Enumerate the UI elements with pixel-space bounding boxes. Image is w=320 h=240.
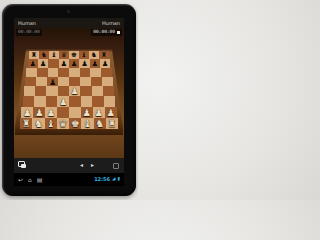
square-b2[interactable]: ♟ bbox=[33, 107, 45, 118]
black-rook[interactable]: ♜ bbox=[31, 52, 37, 59]
black-bishop[interactable]: ♝ bbox=[81, 52, 87, 59]
square-c4[interactable] bbox=[46, 86, 57, 96]
wifi-icon: ◢ bbox=[112, 177, 115, 182]
front-camera-dot bbox=[67, 10, 70, 13]
square-a3[interactable] bbox=[23, 96, 35, 107]
square-e2[interactable] bbox=[69, 107, 81, 118]
square-d6[interactable] bbox=[58, 68, 69, 77]
white-pawn[interactable]: ♟ bbox=[35, 108, 44, 118]
android-system-bar: ↩ ⌂ ▤ 12:56 ◢ ▮ bbox=[14, 173, 124, 186]
black-pawn[interactable]: ♟ bbox=[61, 60, 68, 67]
square-g4[interactable] bbox=[92, 86, 103, 96]
square-b6[interactable] bbox=[37, 68, 48, 77]
right-player-clock: 00:00:00 bbox=[91, 29, 122, 36]
square-e3[interactable] bbox=[69, 96, 81, 107]
active-turn-indicator bbox=[117, 31, 120, 34]
square-b8[interactable]: ♞ bbox=[39, 51, 49, 59]
left-player-name: Human bbox=[18, 21, 36, 26]
screen: Human Human 00:00:00 00:00:00 ♜♞♝♛♚♝♞♜♟♟… bbox=[14, 18, 124, 186]
white-pawn[interactable]: ♟ bbox=[47, 108, 56, 118]
square-h5[interactable] bbox=[102, 77, 113, 87]
white-queen[interactable]: ♛ bbox=[58, 119, 67, 129]
square-a5[interactable] bbox=[25, 77, 36, 87]
square-h4[interactable] bbox=[103, 86, 114, 96]
moves-list-icon-front bbox=[21, 164, 26, 168]
clock-time: 12:56 bbox=[94, 177, 110, 182]
square-f5[interactable] bbox=[80, 77, 91, 87]
white-knight[interactable]: ♞ bbox=[95, 119, 104, 129]
redo-move-icon[interactable]: ▸ bbox=[91, 162, 94, 168]
square-f6[interactable] bbox=[80, 68, 91, 77]
left-clock-value: 00:00:00 bbox=[18, 30, 40, 35]
square-b3[interactable] bbox=[34, 96, 46, 107]
board-rank-1: ♜♞♝♛♚♝♞♜ bbox=[20, 118, 118, 130]
chess-scene: 00:00:00 00:00:00 ♜♞♝♛♚♝♞♜♟♟♟♟♟♟♟♟♟♟♟♟♟♟… bbox=[14, 28, 124, 158]
black-pawn[interactable]: ♟ bbox=[30, 60, 37, 67]
square-g5[interactable] bbox=[91, 77, 102, 87]
square-e7[interactable]: ♟ bbox=[69, 59, 79, 68]
square-f3[interactable] bbox=[81, 96, 93, 107]
square-c8[interactable]: ♝ bbox=[49, 51, 59, 59]
recents-icon[interactable]: ▤ bbox=[37, 177, 43, 183]
square-g2[interactable]: ♟ bbox=[93, 107, 105, 118]
right-player-name: Human bbox=[102, 21, 120, 26]
status-cluster[interactable]: 12:56 ◢ ▮ bbox=[94, 177, 120, 182]
square-h6[interactable] bbox=[101, 68, 112, 77]
board-rank-5: ♟ bbox=[25, 77, 113, 87]
square-a2[interactable]: ♟ bbox=[21, 107, 33, 118]
square-f1[interactable]: ♝ bbox=[81, 118, 93, 130]
square-a4[interactable] bbox=[24, 86, 35, 96]
black-pawn[interactable]: ♟ bbox=[49, 78, 56, 86]
square-b4[interactable] bbox=[35, 86, 46, 96]
black-pawn[interactable]: ♟ bbox=[102, 60, 109, 67]
square-h7[interactable]: ♟ bbox=[100, 59, 110, 68]
square-b5[interactable] bbox=[36, 77, 47, 87]
square-g6[interactable] bbox=[90, 68, 101, 77]
board-rank-2: ♟♟♟♟♟♟ bbox=[21, 107, 116, 118]
white-pawn[interactable]: ♟ bbox=[83, 108, 92, 118]
square-a6[interactable] bbox=[26, 68, 37, 77]
square-c5[interactable]: ♟ bbox=[47, 77, 58, 87]
square-a7[interactable]: ♟ bbox=[28, 59, 38, 68]
board-rank-7: ♟♟♟♟♟♟♟ bbox=[28, 59, 111, 68]
left-player-clock: 00:00:00 bbox=[16, 29, 42, 36]
square-b1[interactable]: ♞ bbox=[32, 118, 44, 130]
white-rook[interactable]: ♜ bbox=[107, 119, 116, 129]
square-d2[interactable] bbox=[57, 107, 69, 118]
square-h8[interactable]: ♜ bbox=[99, 51, 109, 59]
square-e4[interactable]: ♟ bbox=[69, 86, 80, 96]
square-c1[interactable]: ♝ bbox=[45, 118, 57, 130]
square-f8[interactable]: ♝ bbox=[79, 51, 89, 59]
square-f2[interactable]: ♟ bbox=[81, 107, 93, 118]
black-king[interactable]: ♚ bbox=[71, 52, 77, 59]
white-knight[interactable]: ♞ bbox=[34, 119, 43, 129]
black-bishop[interactable]: ♝ bbox=[51, 52, 57, 59]
back-icon[interactable]: ↩ bbox=[18, 177, 23, 183]
board-rank-3: ♟ bbox=[23, 96, 116, 107]
board-rank-6 bbox=[26, 68, 111, 77]
white-pawn[interactable]: ♟ bbox=[71, 87, 79, 96]
square-d8[interactable]: ♛ bbox=[59, 51, 69, 59]
square-h2[interactable]: ♟ bbox=[105, 107, 117, 118]
board-rank-4: ♟ bbox=[24, 86, 114, 96]
square-d4[interactable] bbox=[58, 86, 69, 96]
white-bishop[interactable]: ♝ bbox=[83, 119, 92, 129]
square-c7[interactable] bbox=[48, 59, 58, 68]
tablet-bezel: Human Human 00:00:00 00:00:00 ♜♞♝♛♚♝♞♜♟♟… bbox=[2, 4, 136, 196]
menu-icon[interactable] bbox=[113, 163, 119, 169]
square-g1[interactable]: ♞ bbox=[94, 118, 106, 130]
square-a8[interactable]: ♜ bbox=[29, 51, 39, 59]
square-e6[interactable] bbox=[69, 68, 80, 77]
square-d7[interactable]: ♟ bbox=[59, 59, 69, 68]
square-c2[interactable]: ♟ bbox=[45, 107, 57, 118]
white-king[interactable]: ♚ bbox=[71, 119, 80, 129]
square-b7[interactable]: ♟ bbox=[38, 59, 48, 68]
white-pawn[interactable]: ♟ bbox=[23, 108, 32, 118]
board-rank-8: ♜♞♝♛♚♝♞♜ bbox=[29, 51, 109, 59]
white-pawn[interactable]: ♟ bbox=[59, 98, 67, 107]
black-pawn[interactable]: ♟ bbox=[40, 60, 47, 67]
square-e5[interactable] bbox=[69, 77, 80, 87]
square-h1[interactable]: ♜ bbox=[106, 118, 118, 130]
home-icon[interactable]: ⌂ bbox=[28, 177, 32, 183]
square-a1[interactable]: ♜ bbox=[20, 118, 32, 130]
square-c6[interactable] bbox=[48, 68, 59, 77]
chess-board: ♜♞♝♛♚♝♞♜♟♟♟♟♟♟♟♟♟♟♟♟♟♟♟♟♜♞♝♛♚♝♞♜ bbox=[20, 51, 118, 129]
square-d1[interactable]: ♛ bbox=[57, 118, 69, 130]
black-pawn[interactable]: ♟ bbox=[92, 60, 99, 67]
black-knight[interactable]: ♞ bbox=[41, 52, 47, 59]
white-pawn[interactable]: ♟ bbox=[106, 108, 115, 118]
black-queen[interactable]: ♛ bbox=[61, 52, 67, 59]
square-h3[interactable] bbox=[104, 96, 116, 107]
square-d5[interactable] bbox=[58, 77, 69, 87]
square-g3[interactable] bbox=[92, 96, 104, 107]
square-f4[interactable] bbox=[80, 86, 91, 96]
white-rook[interactable]: ♜ bbox=[22, 119, 31, 129]
app-toolbar: ◂ ▸ bbox=[14, 158, 124, 173]
black-pawn[interactable]: ♟ bbox=[71, 60, 78, 67]
black-rook[interactable]: ♜ bbox=[101, 52, 107, 59]
square-e8[interactable]: ♚ bbox=[69, 51, 79, 59]
square-e1[interactable]: ♚ bbox=[69, 118, 81, 130]
black-pawn[interactable]: ♟ bbox=[81, 60, 88, 67]
black-knight[interactable]: ♞ bbox=[91, 52, 97, 59]
white-pawn[interactable]: ♟ bbox=[95, 108, 104, 118]
right-clock-value: 00:00:00 bbox=[93, 30, 115, 35]
square-c3[interactable] bbox=[46, 96, 58, 107]
player-bar: Human Human bbox=[14, 18, 124, 28]
battery-icon: ▮ bbox=[118, 177, 120, 182]
square-d3[interactable]: ♟ bbox=[57, 96, 69, 107]
undo-move-icon[interactable]: ◂ bbox=[80, 162, 83, 168]
square-f7[interactable]: ♟ bbox=[79, 59, 89, 68]
square-g8[interactable]: ♞ bbox=[89, 51, 99, 59]
white-bishop[interactable]: ♝ bbox=[46, 119, 55, 129]
square-g7[interactable]: ♟ bbox=[90, 59, 100, 68]
moves-list-icon[interactable] bbox=[18, 161, 27, 169]
